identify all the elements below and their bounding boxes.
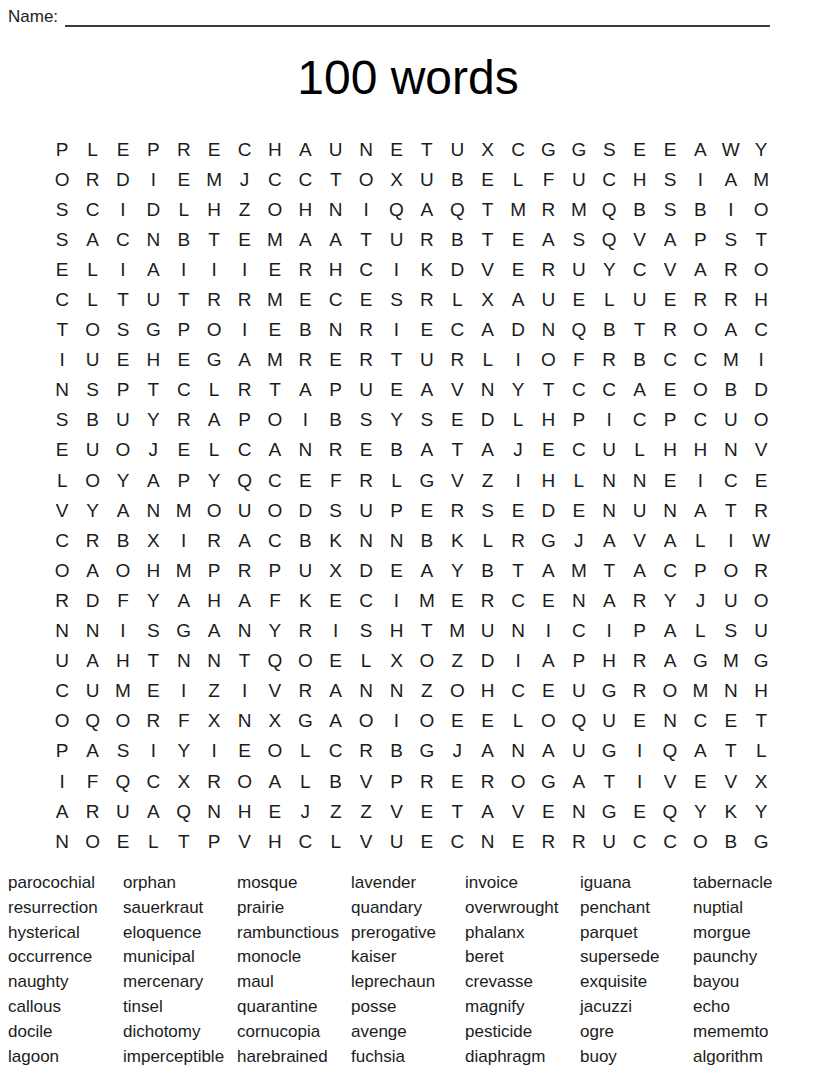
grid-cell-r4c22[interactable]: P: [685, 224, 715, 254]
grid-cell-r2c2[interactable]: R: [77, 164, 107, 194]
grid-cell-r8c13[interactable]: U: [412, 345, 442, 375]
grid-cell-r3c10[interactable]: N: [321, 194, 351, 224]
grid-cell-r23c9[interactable]: J: [290, 796, 320, 826]
grid-cell-r24c24[interactable]: G: [746, 826, 776, 856]
grid-cell-r11c8[interactable]: A: [260, 435, 290, 465]
grid-cell-r16c1[interactable]: R: [47, 585, 77, 615]
grid-cell-r24c13[interactable]: E: [412, 826, 442, 856]
grid-cell-r9c20[interactable]: A: [624, 375, 654, 405]
grid-cell-r9c13[interactable]: A: [412, 375, 442, 405]
grid-cell-r5c10[interactable]: H: [321, 254, 351, 284]
grid-cell-r20c16[interactable]: L: [503, 706, 533, 736]
grid-cell-r24c1[interactable]: N: [47, 826, 77, 856]
grid-cell-r8c10[interactable]: E: [321, 345, 351, 375]
grid-cell-r4c3[interactable]: C: [108, 224, 138, 254]
grid-cell-r14c1[interactable]: C: [47, 525, 77, 555]
grid-cell-r12c22[interactable]: I: [685, 465, 715, 495]
grid-cell-r2c16[interactable]: L: [503, 164, 533, 194]
grid-cell-r10c3[interactable]: U: [108, 405, 138, 435]
grid-cell-r21c18[interactable]: U: [564, 736, 594, 766]
grid-cell-r9c5[interactable]: C: [169, 375, 199, 405]
grid-cell-r19c8[interactable]: V: [260, 676, 290, 706]
grid-cell-r17c9[interactable]: R: [290, 616, 320, 646]
grid-cell-r12c2[interactable]: O: [77, 465, 107, 495]
grid-cell-r13c5[interactable]: M: [169, 495, 199, 525]
grid-cell-r24c9[interactable]: C: [290, 826, 320, 856]
grid-cell-r9c1[interactable]: N: [47, 375, 77, 405]
grid-cell-r16c21[interactable]: Y: [655, 585, 685, 615]
grid-cell-r21c1[interactable]: P: [47, 736, 77, 766]
grid-cell-r15c20[interactable]: A: [624, 555, 654, 585]
grid-cell-r7c14[interactable]: C: [442, 315, 472, 345]
grid-cell-r18c17[interactable]: A: [533, 646, 563, 676]
grid-cell-r2c10[interactable]: T: [321, 164, 351, 194]
grid-cell-r14c3[interactable]: B: [108, 525, 138, 555]
grid-cell-r7c6[interactable]: O: [199, 315, 229, 345]
grid-cell-r24c15[interactable]: N: [472, 826, 502, 856]
grid-cell-r7c18[interactable]: Q: [564, 315, 594, 345]
grid-cell-r12c5[interactable]: P: [169, 465, 199, 495]
grid-cell-r9c24[interactable]: D: [746, 375, 776, 405]
grid-cell-r21c23[interactable]: T: [716, 736, 746, 766]
grid-cell-r20c10[interactable]: A: [321, 706, 351, 736]
grid-cell-r10c18[interactable]: P: [564, 405, 594, 435]
grid-cell-r9c10[interactable]: P: [321, 375, 351, 405]
grid-cell-r17c14[interactable]: M: [442, 616, 472, 646]
grid-cell-r21c12[interactable]: B: [381, 736, 411, 766]
grid-cell-r16c19[interactable]: A: [594, 585, 624, 615]
grid-cell-r4c5[interactable]: B: [169, 224, 199, 254]
grid-cell-r13c4[interactable]: N: [138, 495, 168, 525]
grid-cell-r20c22[interactable]: C: [685, 706, 715, 736]
grid-cell-r5c15[interactable]: V: [472, 254, 502, 284]
grid-cell-r5c23[interactable]: R: [716, 254, 746, 284]
grid-cell-r4c19[interactable]: Q: [594, 224, 624, 254]
grid-cell-r7c7[interactable]: I: [229, 315, 259, 345]
grid-cell-r24c2[interactable]: O: [77, 826, 107, 856]
grid-cell-r10c23[interactable]: U: [716, 405, 746, 435]
grid-cell-r6c22[interactable]: R: [685, 284, 715, 314]
grid-cell-r23c3[interactable]: U: [108, 796, 138, 826]
grid-cell-r11c16[interactable]: J: [503, 435, 533, 465]
grid-cell-r20c3[interactable]: O: [108, 706, 138, 736]
grid-cell-r8c12[interactable]: T: [381, 345, 411, 375]
grid-cell-r1c5[interactable]: R: [169, 134, 199, 164]
grid-cell-r2c3[interactable]: D: [108, 164, 138, 194]
grid-cell-r3c12[interactable]: Q: [381, 194, 411, 224]
grid-cell-r15c1[interactable]: O: [47, 555, 77, 585]
grid-cell-r5c3[interactable]: I: [108, 254, 138, 284]
grid-cell-r10c16[interactable]: L: [503, 405, 533, 435]
grid-cell-r12c12[interactable]: L: [381, 465, 411, 495]
grid-cell-r13c13[interactable]: E: [412, 495, 442, 525]
grid-cell-r17c4[interactable]: S: [138, 616, 168, 646]
grid-cell-r10c9[interactable]: I: [290, 405, 320, 435]
grid-cell-r6c3[interactable]: T: [108, 284, 138, 314]
grid-cell-r6c19[interactable]: L: [594, 284, 624, 314]
grid-cell-r2c15[interactable]: E: [472, 164, 502, 194]
grid-cell-r19c11[interactable]: N: [351, 676, 381, 706]
grid-cell-r23c17[interactable]: E: [533, 796, 563, 826]
grid-cell-r9c11[interactable]: U: [351, 375, 381, 405]
grid-cell-r3c20[interactable]: B: [624, 194, 654, 224]
grid-cell-r12c18[interactable]: L: [564, 465, 594, 495]
grid-cell-r23c1[interactable]: A: [47, 796, 77, 826]
grid-cell-r11c18[interactable]: C: [564, 435, 594, 465]
grid-cell-r23c5[interactable]: Q: [169, 796, 199, 826]
grid-cell-r8c15[interactable]: L: [472, 345, 502, 375]
grid-cell-r7c3[interactable]: S: [108, 315, 138, 345]
grid-cell-r22c23[interactable]: V: [716, 766, 746, 796]
grid-cell-r19c21[interactable]: O: [655, 676, 685, 706]
grid-cell-r24c23[interactable]: B: [716, 826, 746, 856]
grid-cell-r3c1[interactable]: S: [47, 194, 77, 224]
grid-cell-r17c15[interactable]: U: [472, 616, 502, 646]
grid-cell-r17c13[interactable]: T: [412, 616, 442, 646]
grid-cell-r13c12[interactable]: P: [381, 495, 411, 525]
grid-cell-r14c22[interactable]: L: [685, 525, 715, 555]
grid-cell-r14c2[interactable]: R: [77, 525, 107, 555]
grid-cell-r14c19[interactable]: A: [594, 525, 624, 555]
grid-cell-r1c16[interactable]: C: [503, 134, 533, 164]
grid-cell-r23c11[interactable]: Z: [351, 796, 381, 826]
grid-cell-r21c21[interactable]: Q: [655, 736, 685, 766]
grid-cell-r21c9[interactable]: L: [290, 736, 320, 766]
grid-cell-r21c24[interactable]: L: [746, 736, 776, 766]
grid-cell-r7c1[interactable]: T: [47, 315, 77, 345]
grid-cell-r3c7[interactable]: Z: [229, 194, 259, 224]
grid-cell-r5c11[interactable]: C: [351, 254, 381, 284]
grid-cell-r7c10[interactable]: N: [321, 315, 351, 345]
grid-cell-r21c4[interactable]: I: [138, 736, 168, 766]
grid-cell-r21c10[interactable]: C: [321, 736, 351, 766]
grid-cell-r2c11[interactable]: O: [351, 164, 381, 194]
grid-cell-r3c13[interactable]: A: [412, 194, 442, 224]
grid-cell-r17c22[interactable]: L: [685, 616, 715, 646]
grid-cell-r2c20[interactable]: H: [624, 164, 654, 194]
grid-cell-r1c8[interactable]: H: [260, 134, 290, 164]
grid-cell-r2c21[interactable]: S: [655, 164, 685, 194]
grid-cell-r15c14[interactable]: Y: [442, 555, 472, 585]
grid-cell-r24c14[interactable]: C: [442, 826, 472, 856]
grid-cell-r1c2[interactable]: L: [77, 134, 107, 164]
grid-cell-r15c8[interactable]: P: [260, 555, 290, 585]
grid-cell-r22c14[interactable]: E: [442, 766, 472, 796]
grid-cell-r5c9[interactable]: R: [290, 254, 320, 284]
grid-cell-r15c18[interactable]: M: [564, 555, 594, 585]
grid-cell-r8c23[interactable]: M: [716, 345, 746, 375]
grid-cell-r15c23[interactable]: O: [716, 555, 746, 585]
grid-cell-r2c1[interactable]: O: [47, 164, 77, 194]
grid-cell-r10c12[interactable]: Y: [381, 405, 411, 435]
grid-cell-r17c23[interactable]: S: [716, 616, 746, 646]
grid-cell-r19c4[interactable]: E: [138, 676, 168, 706]
grid-cell-r18c22[interactable]: G: [685, 646, 715, 676]
grid-cell-r18c21[interactable]: A: [655, 646, 685, 676]
grid-cell-r18c9[interactable]: O: [290, 646, 320, 676]
grid-cell-r2c14[interactable]: B: [442, 164, 472, 194]
grid-cell-r20c2[interactable]: Q: [77, 706, 107, 736]
grid-cell-r11c13[interactable]: A: [412, 435, 442, 465]
grid-cell-r16c3[interactable]: F: [108, 585, 138, 615]
grid-cell-r14c23[interactable]: I: [716, 525, 746, 555]
grid-cell-r15c7[interactable]: R: [229, 555, 259, 585]
grid-cell-r18c3[interactable]: H: [108, 646, 138, 676]
grid-cell-r11c20[interactable]: L: [624, 435, 654, 465]
grid-cell-r20c13[interactable]: O: [412, 706, 442, 736]
grid-cell-r7c20[interactable]: T: [624, 315, 654, 345]
grid-cell-r3c17[interactable]: R: [533, 194, 563, 224]
grid-cell-r9c4[interactable]: T: [138, 375, 168, 405]
grid-cell-r9c18[interactable]: C: [564, 375, 594, 405]
grid-cell-r12c21[interactable]: E: [655, 465, 685, 495]
grid-cell-r14c24[interactable]: W: [746, 525, 776, 555]
grid-cell-r5c6[interactable]: I: [199, 254, 229, 284]
grid-cell-r12c14[interactable]: V: [442, 465, 472, 495]
grid-cell-r18c8[interactable]: Q: [260, 646, 290, 676]
grid-cell-r19c9[interactable]: R: [290, 676, 320, 706]
grid-cell-r11c23[interactable]: N: [716, 435, 746, 465]
grid-cell-r19c12[interactable]: N: [381, 676, 411, 706]
grid-cell-r2c9[interactable]: C: [290, 164, 320, 194]
grid-cell-r7c12[interactable]: I: [381, 315, 411, 345]
grid-cell-r5c7[interactable]: I: [229, 254, 259, 284]
grid-cell-r10c7[interactable]: P: [229, 405, 259, 435]
grid-cell-r8c21[interactable]: C: [655, 345, 685, 375]
grid-cell-r21c16[interactable]: N: [503, 736, 533, 766]
grid-cell-r4c10[interactable]: A: [321, 224, 351, 254]
grid-cell-r6c15[interactable]: X: [472, 284, 502, 314]
grid-cell-r20c19[interactable]: U: [594, 706, 624, 736]
grid-cell-r24c19[interactable]: U: [594, 826, 624, 856]
grid-cell-r23c15[interactable]: A: [472, 796, 502, 826]
grid-cell-r12c17[interactable]: H: [533, 465, 563, 495]
grid-cell-r23c14[interactable]: T: [442, 796, 472, 826]
grid-cell-r13c3[interactable]: A: [108, 495, 138, 525]
grid-cell-r17c11[interactable]: S: [351, 616, 381, 646]
grid-cell-r9c16[interactable]: Y: [503, 375, 533, 405]
grid-cell-r4c6[interactable]: T: [199, 224, 229, 254]
grid-cell-r8c1[interactable]: I: [47, 345, 77, 375]
grid-cell-r8c2[interactable]: U: [77, 345, 107, 375]
grid-cell-r10c19[interactable]: I: [594, 405, 624, 435]
grid-cell-r15c19[interactable]: T: [594, 555, 624, 585]
grid-cell-r3c21[interactable]: S: [655, 194, 685, 224]
grid-cell-r17c10[interactable]: I: [321, 616, 351, 646]
grid-cell-r1c3[interactable]: E: [108, 134, 138, 164]
grid-cell-r17c12[interactable]: H: [381, 616, 411, 646]
grid-cell-r5c8[interactable]: E: [260, 254, 290, 284]
grid-cell-r13c6[interactable]: O: [199, 495, 229, 525]
grid-cell-r7c9[interactable]: B: [290, 315, 320, 345]
grid-cell-r7c8[interactable]: E: [260, 315, 290, 345]
grid-cell-r19c1[interactable]: C: [47, 676, 77, 706]
grid-cell-r7c11[interactable]: R: [351, 315, 381, 345]
grid-cell-r2c23[interactable]: A: [716, 164, 746, 194]
grid-cell-r20c15[interactable]: E: [472, 706, 502, 736]
grid-cell-r8c11[interactable]: R: [351, 345, 381, 375]
grid-cell-r22c3[interactable]: Q: [108, 766, 138, 796]
grid-cell-r17c7[interactable]: N: [229, 616, 259, 646]
grid-cell-r21c13[interactable]: G: [412, 736, 442, 766]
grid-cell-r5c1[interactable]: E: [47, 254, 77, 284]
grid-cell-r15c2[interactable]: A: [77, 555, 107, 585]
grid-cell-r16c10[interactable]: E: [321, 585, 351, 615]
grid-cell-r16c16[interactable]: C: [503, 585, 533, 615]
grid-cell-r3c23[interactable]: I: [716, 194, 746, 224]
grid-cell-r23c13[interactable]: E: [412, 796, 442, 826]
grid-cell-r20c18[interactable]: Q: [564, 706, 594, 736]
grid-cell-r18c23[interactable]: M: [716, 646, 746, 676]
grid-cell-r16c8[interactable]: F: [260, 585, 290, 615]
grid-cell-r23c23[interactable]: K: [716, 796, 746, 826]
grid-cell-r17c6[interactable]: A: [199, 616, 229, 646]
grid-cell-r18c11[interactable]: L: [351, 646, 381, 676]
grid-cell-r24c17[interactable]: R: [533, 826, 563, 856]
grid-cell-r18c5[interactable]: N: [169, 646, 199, 676]
grid-cell-r4c2[interactable]: A: [77, 224, 107, 254]
grid-cell-r21c20[interactable]: I: [624, 736, 654, 766]
grid-cell-r19c10[interactable]: A: [321, 676, 351, 706]
grid-cell-r4c23[interactable]: S: [716, 224, 746, 254]
grid-cell-r1c15[interactable]: X: [472, 134, 502, 164]
grid-cell-r21c14[interactable]: J: [442, 736, 472, 766]
grid-cell-r16c23[interactable]: U: [716, 585, 746, 615]
grid-cell-r20c4[interactable]: R: [138, 706, 168, 736]
grid-cell-r12c6[interactable]: Y: [199, 465, 229, 495]
grid-cell-r4c9[interactable]: A: [290, 224, 320, 254]
grid-cell-r22c8[interactable]: A: [260, 766, 290, 796]
grid-cell-r10c24[interactable]: O: [746, 405, 776, 435]
grid-cell-r3c22[interactable]: B: [685, 194, 715, 224]
grid-cell-r9c3[interactable]: P: [108, 375, 138, 405]
grid-cell-r7c17[interactable]: N: [533, 315, 563, 345]
grid-cell-r4c17[interactable]: A: [533, 224, 563, 254]
grid-cell-r5c14[interactable]: D: [442, 254, 472, 284]
grid-cell-r22c18[interactable]: A: [564, 766, 594, 796]
grid-cell-r3c3[interactable]: I: [108, 194, 138, 224]
grid-cell-r21c3[interactable]: S: [108, 736, 138, 766]
grid-cell-r8c8[interactable]: M: [260, 345, 290, 375]
grid-cell-r15c15[interactable]: B: [472, 555, 502, 585]
grid-cell-r14c4[interactable]: X: [138, 525, 168, 555]
grid-cell-r8c3[interactable]: E: [108, 345, 138, 375]
grid-cell-r3c4[interactable]: D: [138, 194, 168, 224]
grid-cell-r22c4[interactable]: C: [138, 766, 168, 796]
grid-cell-r12c16[interactable]: I: [503, 465, 533, 495]
grid-cell-r16c11[interactable]: C: [351, 585, 381, 615]
grid-cell-r3c2[interactable]: C: [77, 194, 107, 224]
grid-cell-r24c3[interactable]: E: [108, 826, 138, 856]
grid-cell-r9c9[interactable]: A: [290, 375, 320, 405]
grid-cell-r13c14[interactable]: R: [442, 495, 472, 525]
grid-cell-r13c19[interactable]: N: [594, 495, 624, 525]
grid-cell-r12c9[interactable]: E: [290, 465, 320, 495]
grid-cell-r1c10[interactable]: U: [321, 134, 351, 164]
grid-cell-r1c12[interactable]: E: [381, 134, 411, 164]
grid-cell-r6c8[interactable]: M: [260, 284, 290, 314]
grid-cell-r8c19[interactable]: R: [594, 345, 624, 375]
grid-cell-r24c8[interactable]: H: [260, 826, 290, 856]
grid-cell-r18c15[interactable]: D: [472, 646, 502, 676]
grid-cell-r1c14[interactable]: U: [442, 134, 472, 164]
grid-cell-r13c20[interactable]: U: [624, 495, 654, 525]
grid-cell-r14c11[interactable]: N: [351, 525, 381, 555]
grid-cell-r21c22[interactable]: A: [685, 736, 715, 766]
grid-cell-r19c17[interactable]: E: [533, 676, 563, 706]
grid-cell-r8c9[interactable]: R: [290, 345, 320, 375]
grid-cell-r2c4[interactable]: I: [138, 164, 168, 194]
grid-cell-r15c5[interactable]: M: [169, 555, 199, 585]
grid-cell-r18c14[interactable]: Z: [442, 646, 472, 676]
grid-cell-r3c16[interactable]: M: [503, 194, 533, 224]
grid-cell-r8c7[interactable]: A: [229, 345, 259, 375]
grid-cell-r13c9[interactable]: D: [290, 495, 320, 525]
grid-cell-r19c24[interactable]: H: [746, 676, 776, 706]
grid-cell-r23c19[interactable]: G: [594, 796, 624, 826]
grid-cell-r17c2[interactable]: N: [77, 616, 107, 646]
grid-cell-r23c10[interactable]: Z: [321, 796, 351, 826]
grid-cell-r3c11[interactable]: I: [351, 194, 381, 224]
grid-cell-r6c5[interactable]: T: [169, 284, 199, 314]
grid-cell-r1c9[interactable]: A: [290, 134, 320, 164]
grid-cell-r12c8[interactable]: C: [260, 465, 290, 495]
grid-cell-r7c5[interactable]: P: [169, 315, 199, 345]
grid-cell-r15c12[interactable]: E: [381, 555, 411, 585]
grid-cell-r19c2[interactable]: U: [77, 676, 107, 706]
grid-cell-r12c24[interactable]: E: [746, 465, 776, 495]
grid-cell-r15c24[interactable]: R: [746, 555, 776, 585]
grid-cell-r7c4[interactable]: G: [138, 315, 168, 345]
grid-cell-r16c6[interactable]: H: [199, 585, 229, 615]
grid-cell-r6c11[interactable]: E: [351, 284, 381, 314]
grid-cell-r10c8[interactable]: O: [260, 405, 290, 435]
grid-cell-r22c9[interactable]: L: [290, 766, 320, 796]
grid-cell-r13c24[interactable]: R: [746, 495, 776, 525]
grid-cell-r16c9[interactable]: K: [290, 585, 320, 615]
grid-cell-r5c2[interactable]: L: [77, 254, 107, 284]
grid-cell-r7c22[interactable]: O: [685, 315, 715, 345]
grid-cell-r21c5[interactable]: Y: [169, 736, 199, 766]
grid-cell-r12c1[interactable]: L: [47, 465, 77, 495]
grid-cell-r13c23[interactable]: T: [716, 495, 746, 525]
grid-cell-r7c16[interactable]: D: [503, 315, 533, 345]
grid-cell-r22c2[interactable]: F: [77, 766, 107, 796]
grid-cell-r6c6[interactable]: R: [199, 284, 229, 314]
grid-cell-r12c23[interactable]: C: [716, 465, 746, 495]
grid-cell-r10c6[interactable]: A: [199, 405, 229, 435]
grid-cell-r14c15[interactable]: L: [472, 525, 502, 555]
grid-cell-r18c10[interactable]: E: [321, 646, 351, 676]
grid-cell-r3c8[interactable]: O: [260, 194, 290, 224]
grid-cell-r15c11[interactable]: D: [351, 555, 381, 585]
grid-cell-r6c12[interactable]: S: [381, 284, 411, 314]
grid-cell-r15c16[interactable]: T: [503, 555, 533, 585]
grid-cell-r21c6[interactable]: I: [199, 736, 229, 766]
grid-cell-r4c4[interactable]: N: [138, 224, 168, 254]
grid-cell-r24c21[interactable]: C: [655, 826, 685, 856]
grid-cell-r11c11[interactable]: E: [351, 435, 381, 465]
grid-cell-r21c17[interactable]: A: [533, 736, 563, 766]
grid-cell-r15c6[interactable]: P: [199, 555, 229, 585]
grid-cell-r1c6[interactable]: E: [199, 134, 229, 164]
grid-cell-r18c20[interactable]: R: [624, 646, 654, 676]
grid-cell-r10c22[interactable]: C: [685, 405, 715, 435]
grid-cell-r22c19[interactable]: T: [594, 766, 624, 796]
grid-cell-r11c1[interactable]: E: [47, 435, 77, 465]
grid-cell-r15c4[interactable]: H: [138, 555, 168, 585]
grid-cell-r12c19[interactable]: N: [594, 465, 624, 495]
